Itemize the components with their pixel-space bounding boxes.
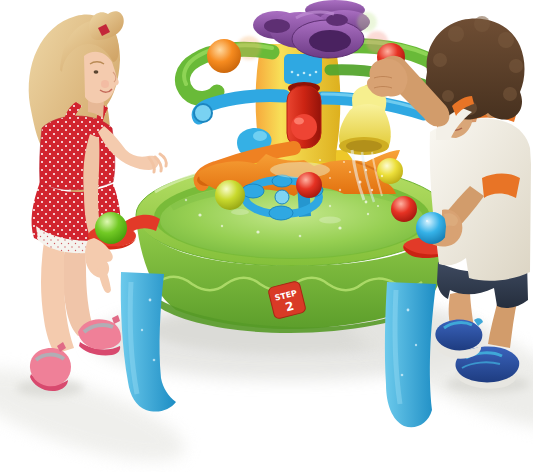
purple-cup-hole-left xyxy=(264,19,290,33)
ball-in-chute-highlight xyxy=(294,118,304,125)
blue-textured-panel xyxy=(284,54,322,84)
wheel-paddle xyxy=(269,206,293,220)
ball-in-chute xyxy=(291,114,317,140)
ball-red-basin-edge xyxy=(391,196,417,222)
wheel-paddle xyxy=(242,184,264,198)
brand-badge: STEP 2 xyxy=(268,281,307,320)
ball-red-basin xyxy=(296,172,322,198)
girl-eye xyxy=(94,70,99,74)
purple-cup-hole-right xyxy=(326,14,348,26)
wheel-hub xyxy=(275,190,289,204)
ball-orange-left-ramp xyxy=(207,39,241,73)
ball-yellow-ramp-edge xyxy=(377,158,403,184)
ball-green-in-scoop xyxy=(95,212,127,244)
ball-yellowgreen-basin xyxy=(215,180,245,210)
boy-near-shoe xyxy=(435,318,483,358)
splash-ring xyxy=(270,162,330,178)
scene-canvas: STEP 2 xyxy=(0,0,533,472)
product-photo: STEP 2 xyxy=(0,0,533,472)
ball-motion-ghost-green xyxy=(357,12,377,32)
table-leg-right xyxy=(385,282,436,427)
ball-blue-in-hand xyxy=(416,212,448,244)
blue-ramp-left-opening xyxy=(194,104,212,122)
purple-center-opening xyxy=(309,30,351,52)
ball-droplet xyxy=(426,220,428,222)
girl-cheek-blush xyxy=(101,80,109,88)
blue-roller-highlight xyxy=(253,131,267,141)
